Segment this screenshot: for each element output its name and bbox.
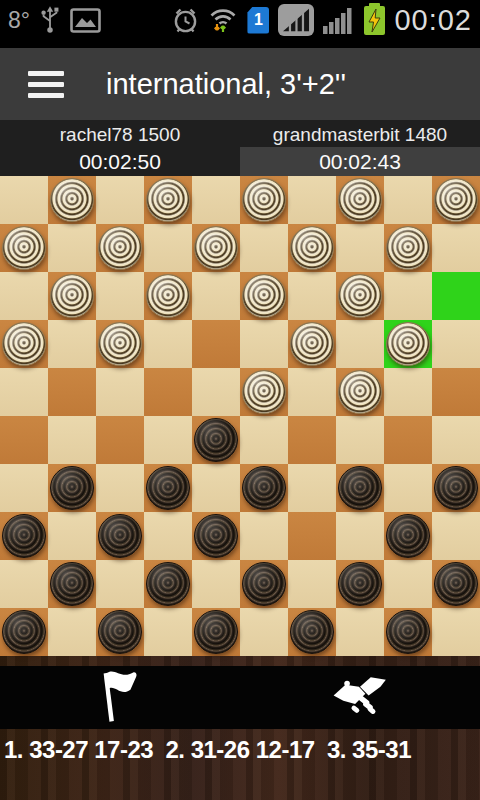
- square-r6c6: [288, 464, 336, 512]
- square-r0c9[interactable]: ⛀: [432, 176, 480, 224]
- white-piece[interactable]: ⛀: [290, 322, 334, 366]
- square-r7c6[interactable]: [288, 512, 336, 560]
- square-r4c5[interactable]: ⛀: [240, 368, 288, 416]
- square-r3c6[interactable]: ⛀: [288, 320, 336, 368]
- white-piece[interactable]: ⛀: [386, 226, 430, 270]
- black-piece[interactable]: ⛂: [194, 514, 238, 558]
- square-r2c4: [192, 272, 240, 320]
- square-r3c1: [48, 320, 96, 368]
- black-piece[interactable]: ⛂: [2, 610, 46, 654]
- square-r9c3: [144, 608, 192, 656]
- square-r2c1[interactable]: ⛀: [48, 272, 96, 320]
- white-piece[interactable]: ⛀: [2, 322, 46, 366]
- square-r6c9[interactable]: ⛂: [432, 464, 480, 512]
- white-piece[interactable]: ⛀: [386, 322, 430, 366]
- toolbar: international, 3'+2'': [0, 48, 480, 120]
- square-r0c5[interactable]: ⛀: [240, 176, 288, 224]
- square-r1c3: [144, 224, 192, 272]
- square-r9c9: [432, 608, 480, 656]
- square-r6c2: [96, 464, 144, 512]
- square-r4c7[interactable]: ⛀: [336, 368, 384, 416]
- square-r8c9[interactable]: ⛂: [432, 560, 480, 608]
- square-r3c0[interactable]: ⛀: [0, 320, 48, 368]
- white-piece[interactable]: ⛀: [242, 178, 286, 222]
- square-r1c4[interactable]: ⛀: [192, 224, 240, 272]
- player-right: grandmasterbit 1480 00:02:43: [240, 120, 480, 176]
- move-list: 1. 33-27 17-23 2. 31-26 12-17 3. 35-31: [4, 736, 476, 764]
- square-r3c7: [336, 320, 384, 368]
- square-r8c4: [192, 560, 240, 608]
- black-piece[interactable]: ⛂: [338, 562, 382, 606]
- resign-button[interactable]: [0, 666, 240, 729]
- square-r9c1: [48, 608, 96, 656]
- white-piece[interactable]: ⛀: [50, 178, 94, 222]
- square-r2c9[interactable]: [432, 272, 480, 320]
- white-piece[interactable]: ⛀: [50, 274, 94, 318]
- square-r1c6[interactable]: ⛀: [288, 224, 336, 272]
- move-list-area: 1. 33-27 17-23 2. 31-26 12-17 3. 35-31: [0, 729, 480, 764]
- square-r3c2[interactable]: ⛀: [96, 320, 144, 368]
- white-piece[interactable]: ⛀: [338, 370, 382, 414]
- square-r7c0[interactable]: ⛂: [0, 512, 48, 560]
- white-piece[interactable]: ⛀: [98, 226, 142, 270]
- action-bar: [0, 666, 480, 729]
- white-piece[interactable]: ⛀: [338, 274, 382, 318]
- square-r4c4: [192, 368, 240, 416]
- square-r5c3: [144, 416, 192, 464]
- square-r7c7: [336, 512, 384, 560]
- square-r7c5: [240, 512, 288, 560]
- white-piece[interactable]: ⛀: [2, 226, 46, 270]
- square-r3c4[interactable]: [192, 320, 240, 368]
- black-piece[interactable]: ⛂: [242, 562, 286, 606]
- toolbar-top-strip: [0, 40, 480, 48]
- square-r7c8[interactable]: ⛂: [384, 512, 432, 560]
- square-r5c2[interactable]: [96, 416, 144, 464]
- square-r8c2: [96, 560, 144, 608]
- battery-charging-icon: [364, 6, 385, 35]
- white-piece[interactable]: ⛀: [290, 226, 334, 270]
- black-piece[interactable]: ⛂: [338, 466, 382, 510]
- black-piece[interactable]: ⛂: [242, 466, 286, 510]
- draw-offer-button[interactable]: [240, 666, 480, 729]
- black-piece[interactable]: ⛂: [146, 562, 190, 606]
- square-r0c2: [96, 176, 144, 224]
- square-r6c3[interactable]: ⛂: [144, 464, 192, 512]
- player-left-name: rachel78 1500: [0, 120, 240, 147]
- temperature-text: 8°: [8, 0, 30, 40]
- square-r7c1: [48, 512, 96, 560]
- black-piece[interactable]: ⛂: [98, 610, 142, 654]
- square-r2c5[interactable]: ⛀: [240, 272, 288, 320]
- square-r9c7: [336, 608, 384, 656]
- white-piece[interactable]: ⛀: [434, 178, 478, 222]
- square-r6c7[interactable]: ⛂: [336, 464, 384, 512]
- square-r2c0: [0, 272, 48, 320]
- status-time: 00:02: [394, 4, 472, 37]
- square-r9c2[interactable]: ⛂: [96, 608, 144, 656]
- board: ⛀⛀⛀⛀⛀⛀⛀⛀⛀⛀⛀⛀⛀⛀⛀⛀⛀⛀⛀⛀⛂⛂⛂⛂⛂⛂⛂⛂⛂⛂⛂⛂⛂⛂⛂⛂⛂⛂⛂⛂: [0, 176, 480, 656]
- square-r8c0: [0, 560, 48, 608]
- black-piece[interactable]: ⛂: [434, 562, 478, 606]
- wifi-traffic-icon: [208, 6, 238, 34]
- square-r2c8: [384, 272, 432, 320]
- black-piece[interactable]: ⛂: [2, 514, 46, 558]
- square-r1c0[interactable]: ⛀: [0, 224, 48, 272]
- player-left-clock: 00:02:50: [0, 147, 240, 176]
- square-r8c5[interactable]: ⛂: [240, 560, 288, 608]
- white-piece[interactable]: ⛀: [146, 274, 190, 318]
- black-piece[interactable]: ⛂: [50, 562, 94, 606]
- square-r7c4[interactable]: ⛂: [192, 512, 240, 560]
- square-r4c2: [96, 368, 144, 416]
- black-piece[interactable]: ⛂: [194, 418, 238, 462]
- black-piece[interactable]: ⛂: [386, 514, 430, 558]
- square-r4c6: [288, 368, 336, 416]
- square-r5c0[interactable]: [0, 416, 48, 464]
- square-r9c4[interactable]: ⛂: [192, 608, 240, 656]
- black-piece[interactable]: ⛂: [146, 466, 190, 510]
- signal-bars-icon: [323, 7, 355, 34]
- square-r3c8[interactable]: ⛀: [384, 320, 432, 368]
- white-piece[interactable]: ⛀: [338, 178, 382, 222]
- square-r5c8[interactable]: [384, 416, 432, 464]
- black-piece[interactable]: ⛂: [434, 466, 478, 510]
- status-bar[interactable]: 8°: [0, 0, 480, 40]
- square-r3c5: [240, 320, 288, 368]
- white-piece[interactable]: ⛀: [194, 226, 238, 270]
- square-r0c0: [0, 176, 48, 224]
- players-bar: rachel78 1500 00:02:50 grandmasterbit 14…: [0, 120, 480, 176]
- square-r6c0: [0, 464, 48, 512]
- square-r4c9[interactable]: [432, 368, 480, 416]
- square-r0c4: [192, 176, 240, 224]
- square-r8c7[interactable]: ⛂: [336, 560, 384, 608]
- white-piece[interactable]: ⛀: [242, 370, 286, 414]
- square-r9c0[interactable]: ⛂: [0, 608, 48, 656]
- square-r4c8: [384, 368, 432, 416]
- sim-badge: 1: [247, 7, 269, 34]
- square-r0c3[interactable]: ⛀: [144, 176, 192, 224]
- square-r5c9: [432, 416, 480, 464]
- white-piece[interactable]: ⛀: [242, 274, 286, 318]
- square-r5c5: [240, 416, 288, 464]
- square-r1c5: [240, 224, 288, 272]
- player-right-clock-active: 00:02:43: [240, 147, 480, 176]
- square-r0c6: [288, 176, 336, 224]
- square-r1c2[interactable]: ⛀: [96, 224, 144, 272]
- square-r6c5[interactable]: ⛂: [240, 464, 288, 512]
- player-right-name: grandmasterbit 1480: [240, 120, 480, 147]
- square-r4c1[interactable]: [48, 368, 96, 416]
- square-r9c6[interactable]: ⛂: [288, 608, 336, 656]
- flag-icon: [95, 668, 145, 728]
- black-piece[interactable]: ⛂: [98, 514, 142, 558]
- square-r2c6: [288, 272, 336, 320]
- square-r1c9: [432, 224, 480, 272]
- square-r6c8: [384, 464, 432, 512]
- square-r1c7: [336, 224, 384, 272]
- square-r4c0: [0, 368, 48, 416]
- square-r7c3: [144, 512, 192, 560]
- square-r5c1: [48, 416, 96, 464]
- square-r6c4: [192, 464, 240, 512]
- menu-icon[interactable]: [28, 71, 64, 98]
- white-piece[interactable]: ⛀: [98, 322, 142, 366]
- black-piece[interactable]: ⛂: [290, 610, 334, 654]
- black-piece[interactable]: ⛂: [194, 610, 238, 654]
- black-piece[interactable]: ⛂: [50, 466, 94, 510]
- gallery-icon: [70, 8, 101, 33]
- square-r5c6[interactable]: [288, 416, 336, 464]
- white-piece[interactable]: ⛀: [146, 178, 190, 222]
- black-piece[interactable]: ⛂: [386, 610, 430, 654]
- square-r8c1[interactable]: ⛂: [48, 560, 96, 608]
- square-r0c7[interactable]: ⛀: [336, 176, 384, 224]
- square-r7c9: [432, 512, 480, 560]
- square-r2c7[interactable]: ⛀: [336, 272, 384, 320]
- wood-strip: [0, 656, 480, 666]
- square-r5c7: [336, 416, 384, 464]
- square-r8c6: [288, 560, 336, 608]
- square-r4c3[interactable]: [144, 368, 192, 416]
- square-r9c8[interactable]: ⛂: [384, 608, 432, 656]
- square-r6c1[interactable]: ⛂: [48, 464, 96, 512]
- square-r2c3[interactable]: ⛀: [144, 272, 192, 320]
- square-r7c2[interactable]: ⛂: [96, 512, 144, 560]
- square-r3c3: [144, 320, 192, 368]
- signal-widget-icon: [278, 4, 314, 36]
- player-left: rachel78 1500 00:02:50: [0, 120, 240, 176]
- square-r1c8[interactable]: ⛀: [384, 224, 432, 272]
- alarm-icon: [172, 7, 199, 34]
- square-r0c8: [384, 176, 432, 224]
- square-r0c1[interactable]: ⛀: [48, 176, 96, 224]
- usb-icon: [39, 6, 61, 34]
- square-r8c3[interactable]: ⛂: [144, 560, 192, 608]
- square-r1c1: [48, 224, 96, 272]
- square-r9c5: [240, 608, 288, 656]
- square-r8c8: [384, 560, 432, 608]
- square-r3c9: [432, 320, 480, 368]
- page-title: international, 3'+2'': [106, 68, 346, 101]
- square-r2c2: [96, 272, 144, 320]
- handshake-icon: [332, 676, 388, 720]
- square-r5c4[interactable]: ⛂: [192, 416, 240, 464]
